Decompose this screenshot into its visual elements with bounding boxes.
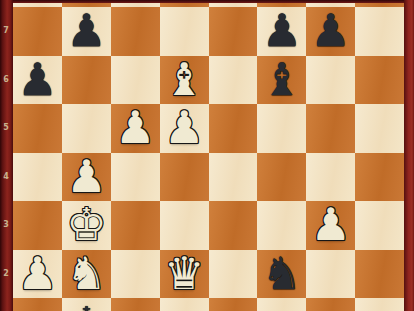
square-d4: [160, 153, 209, 202]
square-f7: ♟: [257, 7, 306, 56]
square-b5: [62, 104, 111, 153]
square-a7: [13, 7, 62, 56]
square-d3: [160, 201, 209, 250]
white-pawn-g3: ♟: [306, 201, 355, 249]
square-c5: ♟: [111, 104, 160, 153]
square-c1: [111, 298, 160, 311]
board-frame-right: [404, 0, 414, 311]
square-f5: [257, 104, 306, 153]
square-b2: ♞: [62, 250, 111, 299]
rank-label-7: 7: [1, 26, 11, 36]
square-d1: [160, 298, 209, 311]
black-pawn-b7: ♟: [62, 7, 111, 55]
square-g3: ♟: [306, 201, 355, 250]
white-queen-d2: ♛: [160, 250, 209, 298]
rank-label-4: 4: [1, 172, 11, 182]
square-d2: ♛: [160, 250, 209, 299]
square-f3: [257, 201, 306, 250]
white-knight-b2: ♞: [62, 250, 111, 298]
square-e6: [209, 56, 258, 105]
board-frame-left: 7 6 5 4 3 2: [0, 0, 13, 311]
black-pawn-f7: ♟: [257, 7, 306, 55]
black-pawn-g7: ♟: [306, 7, 355, 55]
square-a2: ♟: [13, 250, 62, 299]
rank-label-3: 3: [1, 220, 11, 230]
black-knight-f2: ♞: [257, 250, 306, 298]
square-c6: [111, 56, 160, 105]
square-g2: [306, 250, 355, 299]
square-a6: ♟: [13, 56, 62, 105]
black-king-b1-partial: ♚: [62, 300, 111, 311]
square-g5: [306, 104, 355, 153]
square-h3: [355, 201, 404, 250]
square-a5: [13, 104, 62, 153]
square-h6: [355, 56, 404, 105]
square-a3: [13, 201, 62, 250]
square-c4: [111, 153, 160, 202]
square-b6: [62, 56, 111, 105]
square-b4: ♟: [62, 153, 111, 202]
white-pawn-c5: ♟: [111, 104, 160, 152]
square-e4: [209, 153, 258, 202]
square-f6: ♝: [257, 56, 306, 105]
square-b3: ♚: [62, 201, 111, 250]
square-e2: [209, 250, 258, 299]
black-pawn-a6: ♟: [13, 56, 62, 104]
white-pawn-a2: ♟: [13, 250, 62, 298]
black-bishop-f6: ♝: [257, 56, 306, 104]
square-d5: ♟: [160, 104, 209, 153]
square-a4: [13, 153, 62, 202]
rank-label-6: 6: [1, 75, 11, 85]
rank-label-5: 5: [1, 123, 11, 133]
square-g7: ♟: [306, 7, 355, 56]
square-f1: [257, 298, 306, 311]
square-b7: ♟: [62, 7, 111, 56]
rank-label-2: 2: [1, 269, 11, 279]
white-pawn-d5: ♟: [160, 104, 209, 152]
square-d7: [160, 7, 209, 56]
square-e1: [209, 298, 258, 311]
square-e7: [209, 7, 258, 56]
square-b1: ♚: [62, 298, 111, 311]
square-e3: [209, 201, 258, 250]
square-f2: ♞: [257, 250, 306, 299]
square-a1: [13, 298, 62, 311]
square-h1: [355, 298, 404, 311]
square-h4: [355, 153, 404, 202]
square-c7: [111, 7, 160, 56]
square-c2: [111, 250, 160, 299]
square-h7: [355, 7, 404, 56]
white-king-b3: ♚: [62, 201, 111, 249]
square-f4: [257, 153, 306, 202]
chess-diagram: ♟ ♟ ♟ ♟ ♝ ♝ ♟ ♟ ♟ ♚: [0, 0, 414, 311]
square-e5: [209, 104, 258, 153]
square-d6: ♝: [160, 56, 209, 105]
chess-board: ♟ ♟ ♟ ♟ ♝ ♝ ♟ ♟ ♟ ♚: [13, 3, 404, 311]
white-pawn-b4: ♟: [62, 153, 111, 201]
square-c3: [111, 201, 160, 250]
square-g6: [306, 56, 355, 105]
square-h2: [355, 250, 404, 299]
white-bishop-d6: ♝: [160, 56, 209, 104]
square-g4: [306, 153, 355, 202]
square-h5: [355, 104, 404, 153]
square-g1: [306, 298, 355, 311]
